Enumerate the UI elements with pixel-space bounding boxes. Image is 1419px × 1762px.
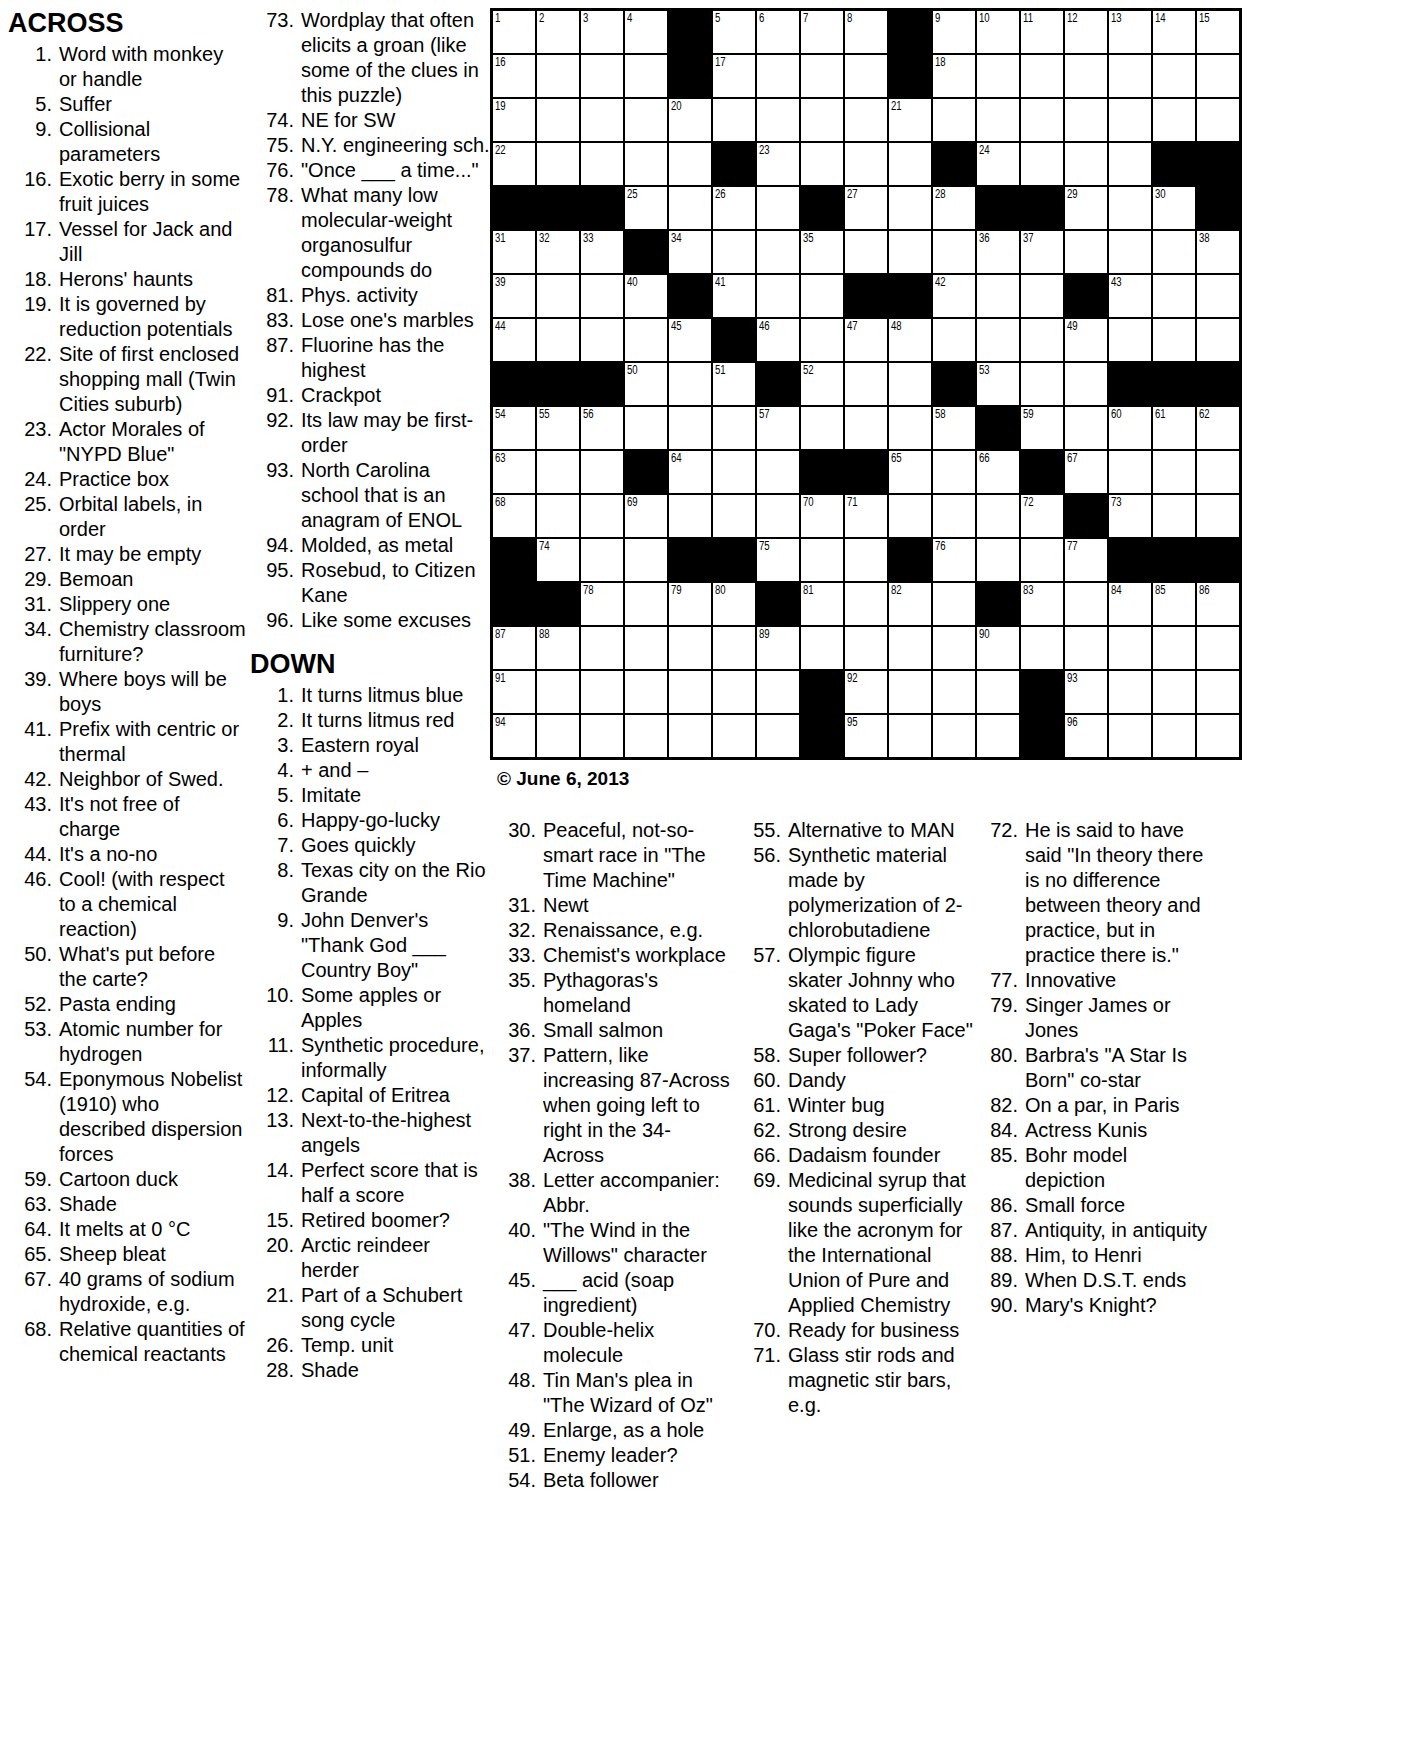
grid-cell[interactable] (1021, 143, 1063, 185)
grid-cell-black (1109, 539, 1151, 581)
grid-cell[interactable] (625, 715, 667, 757)
grid-cell[interactable]: 96 (1065, 715, 1107, 757)
grid-cell[interactable] (1065, 583, 1107, 625)
grid-cell-black (801, 187, 843, 229)
grid-cell[interactable] (801, 627, 843, 669)
grid-cell[interactable]: 51 (713, 363, 755, 405)
grid-cell[interactable] (1153, 55, 1195, 97)
grid-cell[interactable] (1109, 231, 1151, 273)
grid-cell[interactable] (625, 583, 667, 625)
grid-cell[interactable] (845, 363, 887, 405)
grid-cell[interactable]: 50 (625, 363, 667, 405)
grid-cell[interactable] (845, 407, 887, 449)
grid-cell[interactable]: 47 (845, 319, 887, 361)
clue-text: Alternative to MAN (788, 818, 955, 843)
grid-cell[interactable] (801, 99, 843, 141)
grid-cell[interactable] (1109, 55, 1151, 97)
grid-cell[interactable] (1153, 275, 1195, 317)
grid-cell[interactable] (581, 539, 623, 581)
grid-cell[interactable]: 30 (1153, 187, 1195, 229)
grid-cell[interactable] (757, 495, 799, 537)
grid-cell[interactable]: 21 (889, 99, 931, 141)
grid-cell[interactable] (625, 539, 667, 581)
grid-cell[interactable] (625, 407, 667, 449)
grid-cell[interactable]: 59 (1021, 407, 1063, 449)
grid-cell[interactable] (933, 319, 975, 361)
grid-cell[interactable] (669, 363, 711, 405)
clue-text: Cool! (with respect to a chemical reacti… (59, 867, 246, 942)
cell-number: 10 (979, 12, 990, 24)
grid-cell[interactable]: 74 (537, 539, 579, 581)
grid-cell[interactable] (1197, 319, 1239, 361)
grid-cell[interactable] (801, 407, 843, 449)
clue-text: He is said to have said "In theory there… (1025, 818, 1210, 968)
clue-number: 14. (250, 1158, 294, 1183)
clue-number: 72. (982, 818, 1018, 843)
grid-cell[interactable] (933, 583, 975, 625)
grid-cell[interactable]: 91 (493, 671, 535, 713)
grid-cell[interactable]: 92 (845, 671, 887, 713)
grid-cell[interactable] (1153, 451, 1195, 493)
grid-cell[interactable]: 53 (977, 363, 1019, 405)
grid-cell[interactable]: 86 (1197, 583, 1239, 625)
grid-cell[interactable] (581, 495, 623, 537)
grid-cell[interactable] (801, 319, 843, 361)
grid-cell[interactable]: 17 (713, 55, 755, 97)
grid-cell[interactable]: 28 (933, 187, 975, 229)
grid-cell[interactable] (669, 407, 711, 449)
cell-number: 90 (979, 628, 990, 640)
grid-cell[interactable]: 43 (1109, 275, 1151, 317)
grid-cell[interactable] (1065, 231, 1107, 273)
grid-cell[interactable]: 65 (889, 451, 931, 493)
grid-cell[interactable] (713, 671, 755, 713)
grid-cell[interactable]: 95 (845, 715, 887, 757)
grid-cell[interactable] (581, 671, 623, 713)
clue-number: 17. (8, 217, 52, 242)
grid-cell[interactable] (1109, 143, 1151, 185)
grid-cell[interactable] (1153, 319, 1195, 361)
grid-cell-black (581, 187, 623, 229)
grid-cell[interactable] (977, 671, 1019, 713)
grid-cell[interactable] (933, 99, 975, 141)
grid-cell[interactable]: 67 (1065, 451, 1107, 493)
grid-cell[interactable]: 83 (1021, 583, 1063, 625)
grid-cell-black (1153, 363, 1195, 405)
grid-cell[interactable]: 36 (977, 231, 1019, 273)
grid-cell[interactable] (1197, 275, 1239, 317)
grid-cell[interactable] (581, 715, 623, 757)
clue-number: 13. (250, 1108, 294, 1133)
grid-cell[interactable] (1065, 627, 1107, 669)
clue-text: Some apples or Apples (301, 983, 490, 1033)
clue-item: 10.Some apples or Apples (250, 983, 490, 1033)
grid-cell[interactable] (1065, 143, 1107, 185)
grid-cell[interactable] (845, 143, 887, 185)
grid-cell[interactable] (801, 143, 843, 185)
grid-cell[interactable]: 85 (1153, 583, 1195, 625)
grid-cell-black (801, 451, 843, 493)
grid-cell[interactable] (581, 143, 623, 185)
grid-cell[interactable] (801, 55, 843, 97)
clue-text: Like some excuses (301, 608, 471, 633)
grid-cell[interactable]: 52 (801, 363, 843, 405)
grid-cell[interactable]: 54 (493, 407, 535, 449)
grid-cell[interactable] (537, 715, 579, 757)
grid-cell[interactable] (669, 187, 711, 229)
grid-cell[interactable] (977, 55, 1019, 97)
grid-cell[interactable]: 7 (801, 11, 843, 53)
grid-cell[interactable]: 26 (713, 187, 755, 229)
grid-cell[interactable]: 16 (493, 55, 535, 97)
grid-cell[interactable] (713, 99, 755, 141)
grid-cell[interactable] (713, 451, 755, 493)
clue-number: 4. (250, 758, 294, 783)
grid-cell[interactable] (625, 99, 667, 141)
grid-cell[interactable] (889, 407, 931, 449)
grid-cell[interactable] (1065, 363, 1107, 405)
clue-item: 48.Tin Man's plea in "The Wizard of Oz" (500, 1368, 730, 1418)
grid-cell[interactable] (757, 671, 799, 713)
grid-cell[interactable] (845, 55, 887, 97)
clue-text: Slippery one (59, 592, 170, 617)
grid-cell[interactable] (1197, 715, 1239, 757)
grid-cell[interactable] (757, 55, 799, 97)
grid-cell[interactable] (1153, 99, 1195, 141)
grid-cell[interactable]: 64 (669, 451, 711, 493)
grid-cell[interactable]: 23 (757, 143, 799, 185)
clue-text: Practice box (59, 467, 169, 492)
grid-cell[interactable]: 2 (537, 11, 579, 53)
grid-cell[interactable] (537, 143, 579, 185)
grid-cell[interactable] (889, 627, 931, 669)
grid-cell[interactable]: 20 (669, 99, 711, 141)
clue-item: 61.Winter bug (745, 1093, 973, 1118)
grid-cell[interactable] (1109, 671, 1151, 713)
grid-cell[interactable] (977, 715, 1019, 757)
grid-cell[interactable]: 13 (1109, 11, 1151, 53)
grid-cell[interactable] (1021, 319, 1063, 361)
grid-cell[interactable] (889, 495, 931, 537)
grid-cell[interactable] (537, 671, 579, 713)
grid-cell[interactable] (1197, 451, 1239, 493)
grid-cell[interactable] (933, 451, 975, 493)
grid-cell[interactable]: 70 (801, 495, 843, 537)
grid-cell[interactable] (669, 143, 711, 185)
grid-cell[interactable]: 77 (1065, 539, 1107, 581)
grid-cell[interactable]: 89 (757, 627, 799, 669)
grid-cell[interactable]: 22 (493, 143, 535, 185)
grid-cell[interactable] (1197, 495, 1239, 537)
clue-text: Bemoan (59, 567, 134, 592)
grid-cell[interactable] (1021, 99, 1063, 141)
grid-cell[interactable] (669, 671, 711, 713)
grid-cell[interactable]: 48 (889, 319, 931, 361)
clue-number: 45. (500, 1268, 536, 1293)
grid-cell[interactable]: 56 (581, 407, 623, 449)
grid-cell[interactable] (581, 275, 623, 317)
grid-cell[interactable] (1197, 55, 1239, 97)
grid-cell[interactable] (757, 715, 799, 757)
grid-cell[interactable] (757, 187, 799, 229)
grid-cell[interactable]: 49 (1065, 319, 1107, 361)
grid-cell[interactable] (537, 55, 579, 97)
grid-cell[interactable] (977, 495, 1019, 537)
clue-text: Prefix with centric or thermal (59, 717, 246, 767)
grid-cell[interactable]: 1 (493, 11, 535, 53)
grid-cell[interactable]: 27 (845, 187, 887, 229)
grid-cell[interactable] (1021, 275, 1063, 317)
grid-cell[interactable] (1109, 627, 1151, 669)
grid-cell[interactable] (757, 275, 799, 317)
grid-cell[interactable]: 42 (933, 275, 975, 317)
clue-text: Chemist's workplace (543, 943, 726, 968)
grid-cell[interactable]: 80 (713, 583, 755, 625)
cell-number: 57 (759, 408, 770, 420)
grid-cell[interactable]: 39 (493, 275, 535, 317)
grid-cell[interactable] (933, 671, 975, 713)
grid-cell[interactable] (1021, 55, 1063, 97)
grid-cell[interactable] (1021, 539, 1063, 581)
grid-cell[interactable] (757, 231, 799, 273)
grid-cell[interactable] (581, 55, 623, 97)
grid-cell[interactable]: 35 (801, 231, 843, 273)
grid-cell[interactable] (537, 495, 579, 537)
grid-cell[interactable] (581, 627, 623, 669)
grid-cell[interactable]: 58 (933, 407, 975, 449)
cell-number: 82 (891, 584, 902, 596)
grid-cell[interactable]: 32 (537, 231, 579, 273)
grid-cell[interactable] (581, 99, 623, 141)
grid-cell[interactable]: 31 (493, 231, 535, 273)
clue-text: Innovative (1025, 968, 1116, 993)
grid-cell[interactable]: 84 (1109, 583, 1151, 625)
grid-cell[interactable] (713, 627, 755, 669)
grid-cell[interactable] (1153, 495, 1195, 537)
clue-item: 88.Him, to Henri (982, 1243, 1210, 1268)
grid-cell[interactable] (1109, 451, 1151, 493)
grid-cell[interactable]: 69 (625, 495, 667, 537)
grid-cell[interactable] (889, 671, 931, 713)
grid-cell[interactable]: 66 (977, 451, 1019, 493)
grid-cell[interactable]: 82 (889, 583, 931, 625)
grid-cell-black (1065, 495, 1107, 537)
grid-cell[interactable] (845, 231, 887, 273)
grid-cell[interactable]: 79 (669, 583, 711, 625)
grid-cell[interactable] (625, 671, 667, 713)
grid-cell[interactable]: 75 (757, 539, 799, 581)
clue-item: 3.Eastern royal (250, 733, 490, 758)
grid-cell[interactable]: 63 (493, 451, 535, 493)
cell-number: 75 (759, 540, 770, 552)
grid-cell[interactable] (625, 319, 667, 361)
grid-cell[interactable]: 19 (493, 99, 535, 141)
grid-cell[interactable]: 87 (493, 627, 535, 669)
grid-cell[interactable] (889, 231, 931, 273)
crossword-grid[interactable]: 1234567891011121314151617181920212223242… (490, 8, 1242, 760)
grid-cell[interactable] (1153, 627, 1195, 669)
grid-cell[interactable]: 88 (537, 627, 579, 669)
grid-cell[interactable] (1109, 187, 1151, 229)
grid-cell[interactable] (977, 539, 1019, 581)
grid-cell[interactable]: 37 (1021, 231, 1063, 273)
grid-cell[interactable]: 3 (581, 11, 623, 53)
grid-cell[interactable]: 90 (977, 627, 1019, 669)
grid-cell[interactable]: 12 (1065, 11, 1107, 53)
grid-cell[interactable]: 34 (669, 231, 711, 273)
grid-cell[interactable] (669, 495, 711, 537)
grid-cell[interactable] (889, 187, 931, 229)
clue-text: Arctic reindeer herder (301, 1233, 490, 1283)
grid-cell[interactable] (537, 275, 579, 317)
grid-cell-black (669, 275, 711, 317)
grid-cell[interactable] (1109, 319, 1151, 361)
grid-cell[interactable] (625, 627, 667, 669)
grid-cell[interactable]: 8 (845, 11, 887, 53)
clue-text: When D.S.T. ends (1025, 1268, 1186, 1293)
grid-cell[interactable]: 24 (977, 143, 1019, 185)
grid-cell[interactable]: 40 (625, 275, 667, 317)
grid-cell[interactable] (801, 539, 843, 581)
clue-item: 5.Suffer (8, 92, 246, 117)
cell-number: 80 (715, 584, 726, 596)
grid-cell[interactable] (713, 231, 755, 273)
grid-cell[interactable]: 9 (933, 11, 975, 53)
grid-cell[interactable]: 10 (977, 11, 1019, 53)
grid-cell[interactable]: 76 (933, 539, 975, 581)
grid-cell[interactable] (713, 407, 755, 449)
grid-cell[interactable] (845, 539, 887, 581)
grid-cell[interactable]: 15 (1197, 11, 1239, 53)
grid-cell[interactable] (977, 275, 1019, 317)
grid-cell[interactable]: 14 (1153, 11, 1195, 53)
grid-cell[interactable] (1197, 99, 1239, 141)
clue-text: Ready for business (788, 1318, 959, 1343)
grid-cell[interactable] (1153, 715, 1195, 757)
clue-number: 58. (745, 1043, 781, 1068)
grid-cell[interactable] (713, 715, 755, 757)
grid-cell[interactable] (977, 99, 1019, 141)
grid-cell[interactable]: 71 (845, 495, 887, 537)
grid-cell[interactable] (1021, 363, 1063, 405)
grid-cell[interactable]: 11 (1021, 11, 1063, 53)
grid-cell[interactable] (757, 451, 799, 493)
grid-cell[interactable] (1109, 715, 1151, 757)
grid-cell[interactable] (1153, 671, 1195, 713)
grid-cell[interactable] (889, 363, 931, 405)
grid-cell[interactable] (1197, 627, 1239, 669)
cell-number: 92 (847, 672, 858, 684)
clue-item: 68.Relative quantities of chemical react… (8, 1317, 246, 1367)
clue-item: 40."The Wind in the Willows" character (500, 1218, 730, 1268)
grid-cell[interactable]: 68 (493, 495, 535, 537)
grid-cell[interactable] (1065, 55, 1107, 97)
grid-cell[interactable]: 29 (1065, 187, 1107, 229)
grid-cell[interactable] (669, 715, 711, 757)
grid-cell[interactable]: 45 (669, 319, 711, 361)
grid-cell[interactable]: 93 (1065, 671, 1107, 713)
grid-cell[interactable] (713, 495, 755, 537)
grid-cell[interactable] (581, 451, 623, 493)
grid-cell[interactable] (537, 451, 579, 493)
clue-number: 73. (250, 8, 294, 33)
grid-cell[interactable]: 18 (933, 55, 975, 97)
clue-item: 84.Actress Kunis (982, 1118, 1210, 1143)
grid-cell[interactable] (933, 715, 975, 757)
grid-cell[interactable] (1197, 671, 1239, 713)
grid-cell[interactable]: 41 (713, 275, 755, 317)
clue-item: 19.It is governed by reduction potential… (8, 292, 246, 342)
grid-cell[interactable]: 94 (493, 715, 535, 757)
grid-cell[interactable]: 46 (757, 319, 799, 361)
grid-cell[interactable]: 33 (581, 231, 623, 273)
grid-cell[interactable] (1065, 407, 1107, 449)
grid-cell[interactable]: 62 (1197, 407, 1239, 449)
grid-cell[interactable]: 55 (537, 407, 579, 449)
grid-cell[interactable] (1153, 231, 1195, 273)
clue-text: Relative quantities of chemical reactant… (59, 1317, 246, 1367)
grid-cell[interactable] (845, 99, 887, 141)
grid-cell[interactable] (801, 275, 843, 317)
clue-text: ___ acid (soap ingredient) (543, 1268, 730, 1318)
grid-cell[interactable] (933, 627, 975, 669)
clue-text: Strong desire (788, 1118, 907, 1143)
cell-number: 70 (803, 496, 814, 508)
grid-cell[interactable] (625, 143, 667, 185)
cell-number: 4 (627, 12, 632, 24)
grid-cell[interactable] (625, 55, 667, 97)
grid-cell[interactable] (845, 627, 887, 669)
grid-cell[interactable] (1021, 627, 1063, 669)
clue-text: Barbra's "A Star Is Born" co-star (1025, 1043, 1210, 1093)
grid-cell[interactable] (1109, 99, 1151, 141)
grid-cell[interactable]: 57 (757, 407, 799, 449)
grid-cell[interactable] (537, 319, 579, 361)
grid-cell-black (537, 187, 579, 229)
clue-item: 16.Exotic berry in some fruit juices (8, 167, 246, 217)
grid-cell[interactable] (757, 99, 799, 141)
cell-number: 61 (1155, 408, 1166, 420)
grid-cell[interactable]: 5 (713, 11, 755, 53)
cell-number: 12 (1067, 12, 1078, 24)
grid-cell[interactable] (889, 143, 931, 185)
grid-cell[interactable]: 6 (757, 11, 799, 53)
grid-cell[interactable]: 73 (1109, 495, 1151, 537)
grid-cell[interactable] (537, 99, 579, 141)
clue-item: 21.Part of a Schubert song cycle (250, 1283, 490, 1333)
grid-cell[interactable] (669, 627, 711, 669)
cell-number: 15 (1199, 12, 1210, 24)
grid-cell[interactable] (933, 495, 975, 537)
clue-number: 96. (250, 608, 294, 633)
grid-cell[interactable]: 61 (1153, 407, 1195, 449)
grid-cell[interactable]: 25 (625, 187, 667, 229)
grid-cell[interactable]: 4 (625, 11, 667, 53)
grid-cell[interactable] (977, 319, 1019, 361)
grid-cell[interactable] (1065, 99, 1107, 141)
grid-cell[interactable] (933, 231, 975, 273)
grid-cell[interactable]: 38 (1197, 231, 1239, 273)
grid-cell[interactable] (845, 583, 887, 625)
grid-cell[interactable] (581, 319, 623, 361)
grid-cell[interactable]: 78 (581, 583, 623, 625)
grid-cell[interactable]: 44 (493, 319, 535, 361)
grid-cell[interactable]: 60 (1109, 407, 1151, 449)
grid-cell[interactable] (889, 715, 931, 757)
cell-number: 28 (935, 188, 946, 200)
grid-cell[interactable]: 81 (801, 583, 843, 625)
grid-cell[interactable]: 72 (1021, 495, 1063, 537)
